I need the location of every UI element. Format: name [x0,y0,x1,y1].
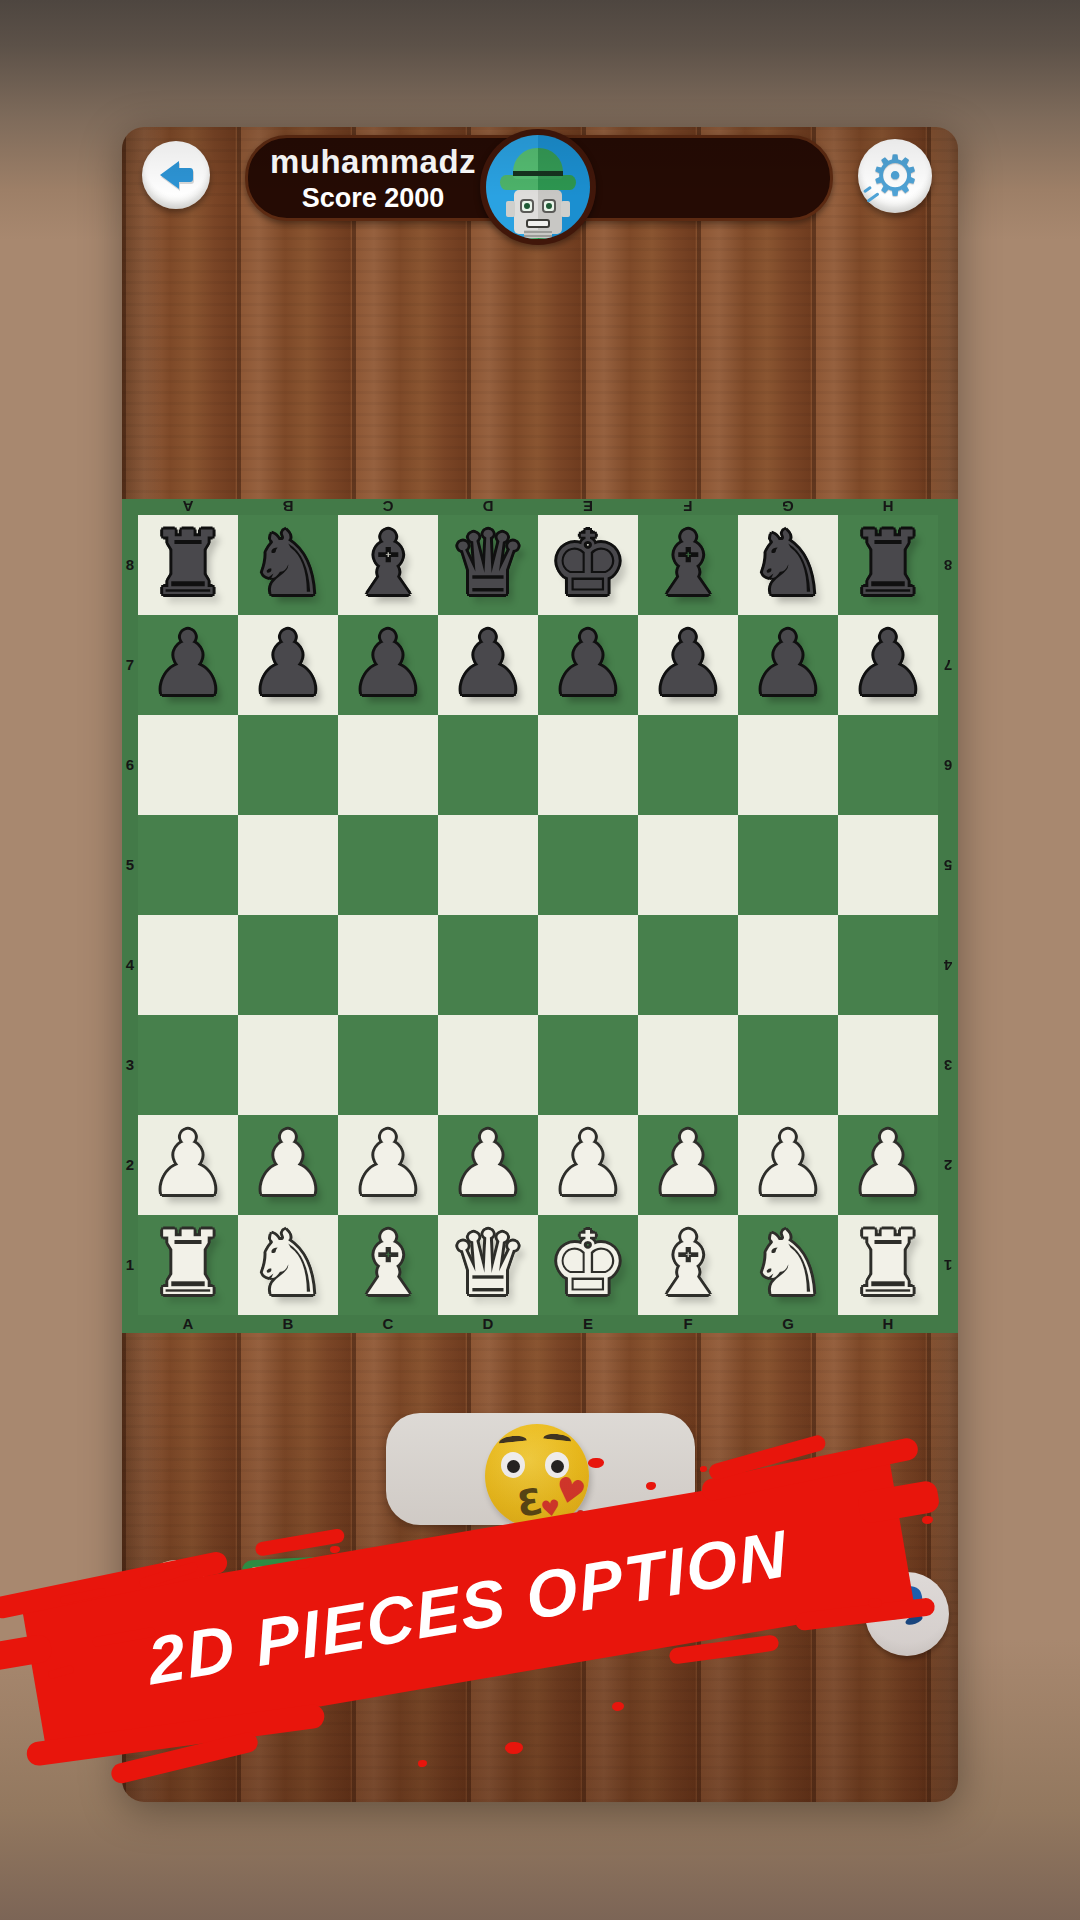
piece-white-pawn-g2[interactable]: ♟ [738,1115,838,1213]
piece-black-queen-d8[interactable]: ♛ [438,515,538,613]
player-score: Score 2000 [302,183,445,214]
square-a6[interactable] [138,715,238,815]
square-b7[interactable]: ♟ [238,615,338,715]
square-c5[interactable] [338,815,438,915]
square-g6[interactable] [738,715,838,815]
piece-black-pawn-e7[interactable]: ♟ [538,615,638,713]
piece-black-pawn-a7[interactable]: ♟ [138,615,238,713]
square-c4[interactable] [338,915,438,1015]
square-a2[interactable]: ♟ [138,1115,238,1215]
piece-white-pawn-d2[interactable]: ♟ [438,1115,538,1213]
square-c7[interactable]: ♟ [338,615,438,715]
square-e1[interactable]: ♚ [538,1215,638,1315]
screenshot: muhammadz Score 2000 ⚙ ABCDEFGH ABCDEFGH… [0,0,1080,1920]
piece-black-rook-h8[interactable]: ♜ [838,515,938,613]
square-h1[interactable]: ♜ [838,1215,938,1315]
rank-left-label-5: 5 [122,815,138,915]
square-b4[interactable] [238,915,338,1015]
square-b2[interactable]: ♟ [238,1115,338,1215]
piece-white-rook-h1[interactable]: ♜ [838,1215,938,1313]
square-h6[interactable] [838,715,938,815]
back-button[interactable] [142,141,210,209]
square-h2[interactable]: ♟ [838,1115,938,1215]
square-e7[interactable]: ♟ [538,615,638,715]
robot-avatar-icon [486,135,590,239]
square-d4[interactable] [438,915,538,1015]
square-f8[interactable]: ♝ [638,515,738,615]
square-a7[interactable]: ♟ [138,615,238,715]
rank-right-label-7: 7 [938,615,958,715]
square-c8[interactable]: ♝ [338,515,438,615]
file-bottom-label-g: G [738,1315,838,1333]
piece-white-pawn-a2[interactable]: ♟ [138,1115,238,1213]
rank-left-label-6: 6 [122,715,138,815]
square-h4[interactable] [838,915,938,1015]
piece-black-bishop-f8[interactable]: ♝ [638,515,738,613]
piece-white-knight-b1[interactable]: ♞ [238,1215,338,1313]
piece-white-pawn-f2[interactable]: ♟ [638,1115,738,1213]
piece-white-pawn-b2[interactable]: ♟ [238,1115,338,1213]
square-f7[interactable]: ♟ [638,615,738,715]
chess-board: ABCDEFGH ABCDEFGH 87654321 87654321 ♜♞♝♛… [122,499,958,1333]
square-e4[interactable] [538,915,638,1015]
file-labels-bottom: ABCDEFGH [138,1315,938,1333]
square-c3[interactable] [338,1015,438,1115]
rank-right-label-4: 4 [938,915,958,1015]
file-bottom-label-c: C [338,1315,438,1333]
square-f1[interactable]: ♝ [638,1215,738,1315]
square-g4[interactable] [738,915,838,1015]
piece-white-pawn-e2[interactable]: ♟ [538,1115,638,1213]
rank-left-label-4: 4 [122,915,138,1015]
square-a1[interactable]: ♜ [138,1215,238,1315]
rank-left-label-7: 7 [122,615,138,715]
rank-right-label-5: 5 [938,815,958,915]
file-bottom-label-h: H [838,1315,938,1333]
square-e2[interactable]: ♟ [538,1115,638,1215]
piece-black-bishop-c8[interactable]: ♝ [338,515,438,613]
square-f4[interactable] [638,915,738,1015]
piece-black-pawn-b7[interactable]: ♟ [238,615,338,713]
square-f5[interactable] [638,815,738,915]
square-b6[interactable] [238,715,338,815]
square-h3[interactable] [838,1015,938,1115]
square-c1[interactable]: ♝ [338,1215,438,1315]
square-h8[interactable]: ♜ [838,515,938,615]
square-d6[interactable] [438,715,538,815]
file-bottom-label-b: B [238,1315,338,1333]
square-d5[interactable] [438,815,538,915]
square-g1[interactable]: ♞ [738,1215,838,1315]
rank-right-label-3: 3 [938,1015,958,1115]
piece-white-knight-g1[interactable]: ♞ [738,1215,838,1313]
square-e3[interactable] [538,1015,638,1115]
square-d1[interactable]: ♛ [438,1215,538,1315]
board-squares: ♜♞♝♛♚♝♞♜♟♟♟♟♟♟♟♟♟♟♟♟♟♟♟♟♜♞♝♛♚♝♞♜ [138,515,938,1315]
piece-black-pawn-g7[interactable]: ♟ [738,615,838,713]
piece-black-knight-g8[interactable]: ♞ [738,515,838,613]
square-h5[interactable] [838,815,938,915]
square-g3[interactable] [738,1015,838,1115]
rank-labels-left: 87654321 [122,515,138,1315]
rank-right-label-8: 8 [938,515,958,615]
back-arrow-icon [160,161,193,189]
avatar [480,129,596,245]
square-b5[interactable] [238,815,338,915]
square-d8[interactable]: ♛ [438,515,538,615]
square-a8[interactable]: ♜ [138,515,238,615]
rank-labels-right: 87654321 [938,515,958,1315]
square-f6[interactable] [638,715,738,815]
piece-black-knight-b8[interactable]: ♞ [238,515,338,613]
square-g5[interactable] [738,815,838,915]
piece-white-pawn-c2[interactable]: ♟ [338,1115,438,1213]
square-h7[interactable]: ♟ [838,615,938,715]
rank-left-label-8: 8 [122,515,138,615]
piece-black-rook-a8[interactable]: ♜ [138,515,238,613]
square-a4[interactable] [138,915,238,1015]
square-g2[interactable]: ♟ [738,1115,838,1215]
square-a5[interactable] [138,815,238,915]
gear-icon: ⚙ [870,139,920,213]
settings-button[interactable]: ⚙ [858,139,932,213]
piece-black-king-e8[interactable]: ♚ [538,515,638,613]
square-c6[interactable] [338,715,438,815]
piece-white-bishop-f1[interactable]: ♝ [638,1215,738,1313]
file-bottom-label-f: F [638,1315,738,1333]
file-bottom-label-d: D [438,1315,538,1333]
piece-black-pawn-d7[interactable]: ♟ [438,615,538,713]
square-b8[interactable]: ♞ [238,515,338,615]
square-d7[interactable]: ♟ [438,615,538,715]
square-c2[interactable]: ♟ [338,1115,438,1215]
square-b1[interactable]: ♞ [238,1215,338,1315]
square-g7[interactable]: ♟ [738,615,838,715]
rank-left-label-3: 3 [122,1015,138,1115]
player-info: muhammadz Score 2000 [248,138,498,218]
square-b3[interactable] [238,1015,338,1115]
square-d2[interactable]: ♟ [438,1115,538,1215]
piece-white-pawn-h2[interactable]: ♟ [838,1115,938,1213]
square-g8[interactable]: ♞ [738,515,838,615]
square-a3[interactable] [138,1015,238,1115]
file-bottom-label-a: A [138,1315,238,1333]
rank-right-label-6: 6 [938,715,958,815]
piece-black-pawn-c7[interactable]: ♟ [338,615,438,713]
square-f2[interactable]: ♟ [638,1115,738,1215]
square-e5[interactable] [538,815,638,915]
rank-right-label-2: 2 [938,1115,958,1215]
piece-black-pawn-h7[interactable]: ♟ [838,615,938,713]
piece-white-rook-a1[interactable]: ♜ [138,1215,238,1313]
piece-black-pawn-f7[interactable]: ♟ [638,615,738,713]
piece-white-king-e1[interactable]: ♚ [538,1215,638,1313]
square-f3[interactable] [638,1015,738,1115]
file-bottom-label-e: E [538,1315,638,1333]
piece-white-bishop-c1[interactable]: ♝ [338,1215,438,1313]
piece-white-queen-d1[interactable]: ♛ [438,1215,538,1313]
square-e6[interactable] [538,715,638,815]
square-e8[interactable]: ♚ [538,515,638,615]
square-d3[interactable] [438,1015,538,1115]
rank-right-label-1: 1 [938,1215,958,1315]
player-name: muhammadz [270,143,476,181]
rank-left-label-1: 1 [122,1215,138,1315]
rank-left-label-2: 2 [122,1115,138,1215]
